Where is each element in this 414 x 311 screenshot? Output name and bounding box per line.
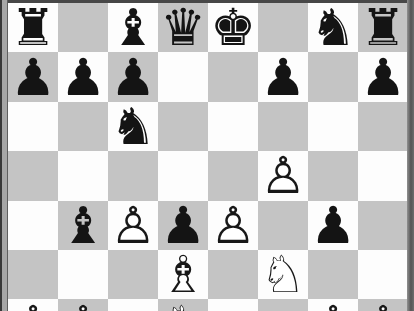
square-h5[interactable] bbox=[358, 151, 408, 200]
white-piece-outline-layer: ♘ bbox=[258, 250, 308, 299]
white-piece-outline-layer: ♙ bbox=[358, 299, 408, 311]
piece-black-queen[interactable]: ♛ bbox=[158, 3, 208, 52]
square-f6[interactable] bbox=[258, 102, 308, 151]
white-piece-outline-layer: ♙ bbox=[308, 299, 358, 311]
square-b7[interactable]: ♟ bbox=[58, 52, 108, 101]
square-h6[interactable] bbox=[358, 102, 408, 151]
square-f5[interactable]: ♟♙ bbox=[258, 151, 308, 200]
square-d6[interactable] bbox=[158, 102, 208, 151]
piece-white-pawn[interactable]: ♟♙ bbox=[308, 299, 358, 311]
square-d7[interactable] bbox=[158, 52, 208, 101]
square-f2[interactable] bbox=[258, 299, 308, 311]
piece-black-bishop[interactable]: ♝ bbox=[58, 201, 108, 250]
square-e7[interactable] bbox=[208, 52, 258, 101]
white-piece-outline-layer: ♙ bbox=[8, 299, 58, 311]
square-c5[interactable] bbox=[108, 151, 158, 200]
square-b3[interactable] bbox=[58, 250, 108, 299]
piece-white-pawn[interactable]: ♟♙ bbox=[358, 299, 408, 311]
piece-white-bishop[interactable]: ♝♗ bbox=[158, 250, 208, 299]
square-c4[interactable]: ♟♙ bbox=[108, 201, 158, 250]
square-b2[interactable]: ♟♙ bbox=[58, 299, 108, 311]
square-d2[interactable]: ♞♘ bbox=[158, 299, 208, 311]
square-a5[interactable] bbox=[8, 151, 58, 200]
white-piece-outline-layer: ♙ bbox=[58, 299, 108, 311]
piece-black-pawn[interactable]: ♟ bbox=[8, 52, 58, 101]
square-b6[interactable] bbox=[58, 102, 108, 151]
square-a7[interactable]: ♟ bbox=[8, 52, 58, 101]
square-c7[interactable]: ♟ bbox=[108, 52, 158, 101]
white-piece-outline-layer: ♙ bbox=[208, 201, 258, 250]
piece-black-bishop[interactable]: ♝ bbox=[108, 3, 158, 52]
square-c2[interactable] bbox=[108, 299, 158, 311]
piece-white-pawn[interactable]: ♟♙ bbox=[58, 299, 108, 311]
piece-white-knight[interactable]: ♞♘ bbox=[158, 299, 208, 311]
square-a8[interactable]: ♜ bbox=[8, 3, 58, 52]
piece-black-pawn[interactable]: ♟ bbox=[308, 201, 358, 250]
square-f8[interactable] bbox=[258, 3, 308, 52]
square-a4[interactable] bbox=[8, 201, 58, 250]
square-h3[interactable] bbox=[358, 250, 408, 299]
frame-border-left bbox=[0, 0, 8, 311]
square-e4[interactable]: ♟♙ bbox=[208, 201, 258, 250]
piece-black-pawn[interactable]: ♟ bbox=[358, 52, 408, 101]
square-e5[interactable] bbox=[208, 151, 258, 200]
square-e8[interactable]: ♚ bbox=[208, 3, 258, 52]
square-g8[interactable]: ♞ bbox=[308, 3, 358, 52]
white-piece-outline-layer: ♗ bbox=[158, 250, 208, 299]
square-a3[interactable] bbox=[8, 250, 58, 299]
piece-black-knight[interactable]: ♞ bbox=[108, 102, 158, 151]
square-g4[interactable]: ♟ bbox=[308, 201, 358, 250]
white-piece-outline-layer: ♘ bbox=[158, 299, 208, 311]
square-g3[interactable] bbox=[308, 250, 358, 299]
square-h4[interactable] bbox=[358, 201, 408, 250]
piece-black-pawn[interactable]: ♟ bbox=[258, 52, 308, 101]
piece-white-pawn[interactable]: ♟♙ bbox=[108, 201, 158, 250]
square-h2[interactable]: ♟♙ bbox=[358, 299, 408, 311]
square-b4[interactable]: ♝ bbox=[58, 201, 108, 250]
square-h8[interactable]: ♜ bbox=[358, 3, 408, 52]
piece-black-knight[interactable]: ♞ bbox=[308, 3, 358, 52]
square-a2[interactable]: ♟♙ bbox=[8, 299, 58, 311]
square-g6[interactable] bbox=[308, 102, 358, 151]
square-g7[interactable] bbox=[308, 52, 358, 101]
square-b5[interactable] bbox=[58, 151, 108, 200]
piece-black-rook[interactable]: ♜ bbox=[358, 3, 408, 52]
piece-white-pawn[interactable]: ♟♙ bbox=[208, 201, 258, 250]
square-c8[interactable]: ♝ bbox=[108, 3, 158, 52]
piece-black-rook[interactable]: ♜ bbox=[8, 3, 58, 52]
square-c3[interactable] bbox=[108, 250, 158, 299]
frame-border-top bbox=[0, 0, 414, 3]
square-d3[interactable]: ♝♗ bbox=[158, 250, 208, 299]
piece-black-pawn[interactable]: ♟ bbox=[58, 52, 108, 101]
square-f4[interactable] bbox=[258, 201, 308, 250]
piece-black-king[interactable]: ♚ bbox=[208, 3, 258, 52]
square-e3[interactable] bbox=[208, 250, 258, 299]
square-d4[interactable]: ♟ bbox=[158, 201, 208, 250]
chess-diagram: ♜♝♛♚♞♜♟♟♟♟♟♞♟♙♝♟♙♟♟♙♟♝♗♞♘♟♙♟♙♞♘♟♙♟♙ bbox=[0, 0, 414, 311]
square-e6[interactable] bbox=[208, 102, 258, 151]
piece-black-pawn[interactable]: ♟ bbox=[108, 52, 158, 101]
square-f3[interactable]: ♞♘ bbox=[258, 250, 308, 299]
square-a6[interactable] bbox=[8, 102, 58, 151]
piece-white-pawn[interactable]: ♟♙ bbox=[8, 299, 58, 311]
square-c6[interactable]: ♞ bbox=[108, 102, 158, 151]
square-b8[interactable] bbox=[58, 3, 108, 52]
square-d5[interactable] bbox=[158, 151, 208, 200]
white-piece-outline-layer: ♙ bbox=[108, 201, 158, 250]
white-piece-outline-layer: ♙ bbox=[258, 151, 308, 200]
square-e2[interactable] bbox=[208, 299, 258, 311]
piece-white-pawn[interactable]: ♟♙ bbox=[258, 151, 308, 200]
frame-border-right bbox=[407, 0, 414, 311]
chess-board: ♜♝♛♚♞♜♟♟♟♟♟♞♟♙♝♟♙♟♟♙♟♝♗♞♘♟♙♟♙♞♘♟♙♟♙ bbox=[8, 3, 408, 311]
square-d8[interactable]: ♛ bbox=[158, 3, 208, 52]
square-g2[interactable]: ♟♙ bbox=[308, 299, 358, 311]
square-f7[interactable]: ♟ bbox=[258, 52, 308, 101]
square-h7[interactable]: ♟ bbox=[358, 52, 408, 101]
piece-white-knight[interactable]: ♞♘ bbox=[258, 250, 308, 299]
piece-black-pawn[interactable]: ♟ bbox=[158, 201, 208, 250]
square-g5[interactable] bbox=[308, 151, 358, 200]
